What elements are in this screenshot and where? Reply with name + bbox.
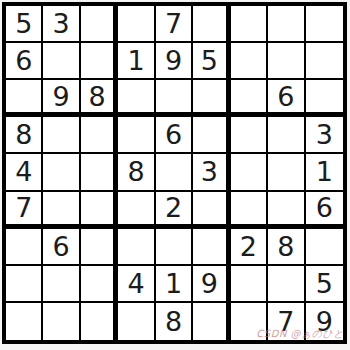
cell-r4c6[interactable]: [193, 117, 230, 154]
cell-r9c6[interactable]: [193, 303, 230, 340]
cell-r9c7[interactable]: [231, 303, 268, 340]
cell-r2c7[interactable]: [231, 43, 268, 80]
cell-r5c2[interactable]: [43, 154, 80, 191]
cell-r1c7[interactable]: [231, 6, 268, 43]
cell-r3c1[interactable]: [6, 80, 43, 117]
cell-r8c8[interactable]: [268, 266, 305, 303]
cell-r1c9[interactable]: [306, 6, 343, 43]
cell-r3c9[interactable]: [306, 80, 343, 117]
cell-r9c5[interactable]: 8: [156, 303, 193, 340]
cell-r8c5[interactable]: 1: [156, 266, 193, 303]
cell-r7c7[interactable]: 2: [231, 229, 268, 266]
cell-r1c1[interactable]: 5: [6, 6, 43, 43]
cell-r4c4[interactable]: [118, 117, 155, 154]
cell-r7c2[interactable]: 6: [43, 229, 80, 266]
cell-r8c2[interactable]: [43, 266, 80, 303]
cell-r8c6[interactable]: 9: [193, 266, 230, 303]
cell-r1c6[interactable]: [193, 6, 230, 43]
cell-r3c7[interactable]: [231, 80, 268, 117]
cell-r1c4[interactable]: [118, 6, 155, 43]
cell-r8c3[interactable]: [81, 266, 118, 303]
cell-r5c9[interactable]: 1: [306, 154, 343, 191]
cell-r7c4[interactable]: [118, 229, 155, 266]
cell-r5c6[interactable]: 3: [193, 154, 230, 191]
cell-r6c3[interactable]: [81, 192, 118, 229]
cell-r9c1[interactable]: [6, 303, 43, 340]
cell-r5c1[interactable]: 4: [6, 154, 43, 191]
cell-r4c3[interactable]: [81, 117, 118, 154]
sudoku-board: 537619598686348317266284195879: [2, 2, 347, 344]
cell-r1c8[interactable]: [268, 6, 305, 43]
cell-r3c8[interactable]: 6: [268, 80, 305, 117]
cell-r4c2[interactable]: [43, 117, 80, 154]
cell-r5c8[interactable]: [268, 154, 305, 191]
cell-r7c9[interactable]: [306, 229, 343, 266]
cell-r3c5[interactable]: [156, 80, 193, 117]
cell-r2c8[interactable]: [268, 43, 305, 80]
cell-r2c9[interactable]: [306, 43, 343, 80]
cell-r6c8[interactable]: [268, 192, 305, 229]
sudoku-page: 537619598686348317266284195879 CSDN @ぁのひ…: [0, 0, 350, 350]
cell-r6c2[interactable]: [43, 192, 80, 229]
cell-r8c9[interactable]: 5: [306, 266, 343, 303]
cell-r7c5[interactable]: [156, 229, 193, 266]
cell-r4c7[interactable]: [231, 117, 268, 154]
cell-r6c7[interactable]: [231, 192, 268, 229]
cell-r2c3[interactable]: [81, 43, 118, 80]
cell-r8c4[interactable]: 4: [118, 266, 155, 303]
cell-r6c4[interactable]: [118, 192, 155, 229]
cell-r6c9[interactable]: 6: [306, 192, 343, 229]
cell-r3c6[interactable]: [193, 80, 230, 117]
cell-r4c8[interactable]: [268, 117, 305, 154]
cell-r8c1[interactable]: [6, 266, 43, 303]
cell-r5c5[interactable]: [156, 154, 193, 191]
cell-r2c5[interactable]: 9: [156, 43, 193, 80]
cell-r3c3[interactable]: 8: [81, 80, 118, 117]
cell-r2c2[interactable]: [43, 43, 80, 80]
cell-r6c5[interactable]: 2: [156, 192, 193, 229]
cell-r4c9[interactable]: 3: [306, 117, 343, 154]
cell-r7c3[interactable]: [81, 229, 118, 266]
cell-r4c5[interactable]: 6: [156, 117, 193, 154]
cell-r8c7[interactable]: [231, 266, 268, 303]
cell-r3c2[interactable]: 9: [43, 80, 80, 117]
cell-r2c4[interactable]: 1: [118, 43, 155, 80]
cell-r9c9[interactable]: 9: [306, 303, 343, 340]
cell-r9c2[interactable]: [43, 303, 80, 340]
cell-r3c4[interactable]: [118, 80, 155, 117]
cell-r1c2[interactable]: 3: [43, 6, 80, 43]
cell-r9c3[interactable]: [81, 303, 118, 340]
cell-r1c3[interactable]: [81, 6, 118, 43]
cell-r5c4[interactable]: 8: [118, 154, 155, 191]
cell-r5c3[interactable]: [81, 154, 118, 191]
cell-r2c6[interactable]: 5: [193, 43, 230, 80]
cell-r7c6[interactable]: [193, 229, 230, 266]
cell-r9c8[interactable]: 7: [268, 303, 305, 340]
cell-r6c1[interactable]: 7: [6, 192, 43, 229]
cell-r5c7[interactable]: [231, 154, 268, 191]
cell-r2c1[interactable]: 6: [6, 43, 43, 80]
cell-r7c1[interactable]: [6, 229, 43, 266]
cell-r7c8[interactable]: 8: [268, 229, 305, 266]
cell-r1c5[interactable]: 7: [156, 6, 193, 43]
cell-r9c4[interactable]: [118, 303, 155, 340]
cell-r4c1[interactable]: 8: [6, 117, 43, 154]
cell-r6c6[interactable]: [193, 192, 230, 229]
